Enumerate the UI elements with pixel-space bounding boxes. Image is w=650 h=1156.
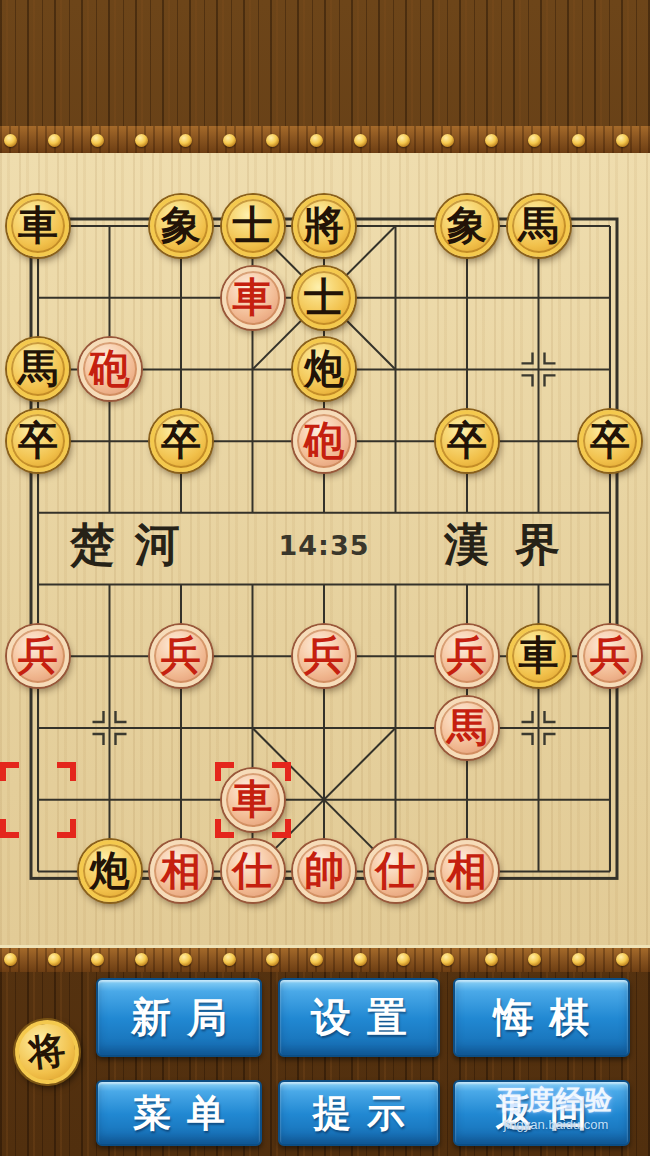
rivet-icon [485,134,498,147]
rivet-icon [616,134,629,147]
piece-black-chariot[interactable]: 車 [508,625,570,687]
piece-black-cannon[interactable]: 炮 [293,338,355,400]
button-label: 返回 [496,1088,604,1139]
piece-glyph: 帥 [304,851,344,891]
piece-red-soldier[interactable]: 兵 [436,625,498,687]
piece-black-general[interactable]: 將 [293,195,355,257]
piece-red-soldier[interactable]: 兵 [293,625,355,687]
piece-black-elephant[interactable]: 象 [436,195,498,257]
piece-black-advisor[interactable]: 士 [222,195,284,257]
rivet-icon [91,953,104,966]
piece-glyph: 馬 [18,349,58,389]
piece-black-soldier[interactable]: 卒 [579,410,641,472]
rivet-icon [397,134,410,147]
piece-red-advisor[interactable]: 仕 [222,840,284,902]
rivet-icon [223,953,236,966]
piece-glyph: 砲 [304,421,344,461]
piece-red-chariot[interactable]: 車 [222,267,284,329]
piece-glyph: 兵 [590,636,630,676]
xiangqi-app: 楚河 漢界 14:35 車象士將象馬車士馬砲炮卒卒砲卒卒兵兵兵兵車兵馬車炮相仕帥… [0,0,650,1156]
rivet-icon [266,953,279,966]
hint-button[interactable]: 提示 [278,1080,440,1146]
piece-glyph: 仕 [376,851,416,891]
piece-black-soldier[interactable]: 卒 [436,410,498,472]
piece-glyph: 士 [304,278,344,318]
piece-red-cannon[interactable]: 砲 [293,410,355,472]
piece-glyph: 卒 [447,421,487,461]
piece-glyph: 卒 [161,421,201,461]
piece-glyph: 兵 [447,636,487,676]
turn-indicator-piece: 将 [12,1017,82,1087]
rivet-icon [179,953,192,966]
piece-red-elephant[interactable]: 相 [150,840,212,902]
piece-glyph: 車 [233,780,273,820]
piece-black-cannon[interactable]: 炮 [79,840,141,902]
piece-red-advisor[interactable]: 仕 [365,840,427,902]
menu-button[interactable]: 菜单 [96,1080,262,1146]
piece-glyph: 車 [233,278,273,318]
piece-glyph: 相 [447,851,487,891]
rivet-icon [223,134,236,147]
rivet-icon [441,134,454,147]
rivet-icon [91,134,104,147]
piece-red-soldier[interactable]: 兵 [579,625,641,687]
undo-button[interactable]: 悔棋 [453,978,630,1057]
piece-glyph: 馬 [447,708,487,748]
piece-red-soldier[interactable]: 兵 [7,625,69,687]
piece-glyph: 象 [161,206,201,246]
piece-glyph: 卒 [18,421,58,461]
piece-red-soldier[interactable]: 兵 [150,625,212,687]
river-label-left: 楚河 [60,523,210,568]
piece-glyph: 將 [304,206,344,246]
piece-glyph: 士 [233,206,273,246]
rivet-icon [485,953,498,966]
button-label: 新局 [131,990,243,1045]
piece-black-soldier[interactable]: 卒 [150,410,212,472]
piece-glyph: 象 [447,206,487,246]
rivet-icon [354,953,367,966]
piece-glyph: 砲 [90,349,130,389]
button-label: 提示 [313,1088,421,1139]
piece-glyph: 兵 [18,636,58,676]
piece-red-elephant[interactable]: 相 [436,840,498,902]
piece-glyph: 車 [18,206,58,246]
button-label: 悔棋 [494,990,606,1045]
piece-black-horse[interactable]: 馬 [508,195,570,257]
rivet-icon [441,953,454,966]
piece-red-cannon[interactable]: 砲 [79,338,141,400]
rivet-icon [4,953,17,966]
piece-glyph: 仕 [233,851,273,891]
rivet-icon [354,134,367,147]
bottom-rivet-band [0,945,650,972]
piece-glyph: 卒 [590,421,630,461]
rivet-icon [528,953,541,966]
piece-glyph: 炮 [304,349,344,389]
piece-black-soldier[interactable]: 卒 [7,410,69,472]
rivet-icon [310,134,323,147]
rivet-icon [48,953,61,966]
piece-glyph: 炮 [90,851,130,891]
piece-glyph: 相 [161,851,201,891]
piece-black-advisor[interactable]: 士 [293,267,355,329]
settings-button[interactable]: 设置 [278,978,440,1057]
rivet-icon [572,953,585,966]
piece-black-horse[interactable]: 馬 [7,338,69,400]
piece-red-general[interactable]: 帥 [293,840,355,902]
river-label-right: 漢界 [440,523,590,568]
piece-red-horse[interactable]: 馬 [436,697,498,759]
piece-red-chariot[interactable]: 車 [222,769,284,831]
game-timer: 14:35 [254,532,394,559]
rivet-icon [48,134,61,147]
piece-glyph: 兵 [161,636,201,676]
rivet-icon [179,134,192,147]
rivet-icon [616,953,629,966]
rivet-icon [135,134,148,147]
rivet-icon [4,134,17,147]
rivet-icon [572,134,585,147]
top-rivet-band [0,126,650,156]
rivet-icon [135,953,148,966]
button-label: 设置 [311,990,423,1045]
rivet-icon [397,953,410,966]
turn-indicator-glyph: 将 [26,1025,68,1079]
piece-black-chariot[interactable]: 車 [7,195,69,257]
piece-black-elephant[interactable]: 象 [150,195,212,257]
new-game-button[interactable]: 新局 [96,978,262,1057]
rivet-icon [266,134,279,147]
piece-glyph: 兵 [304,636,344,676]
back-button[interactable]: 返回 [453,1080,630,1146]
piece-glyph: 馬 [519,206,559,246]
rivet-icon [310,953,323,966]
piece-glyph: 車 [519,636,559,676]
rivet-icon [528,134,541,147]
button-label: 菜单 [133,1088,241,1139]
